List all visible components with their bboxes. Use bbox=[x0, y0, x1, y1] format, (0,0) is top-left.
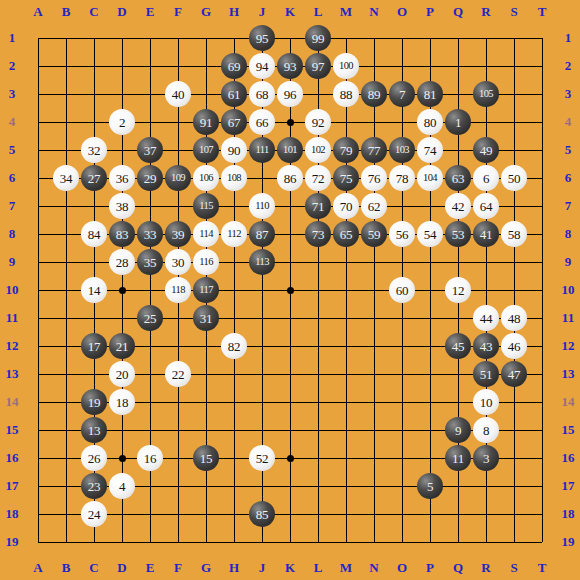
point-L11[interactable] bbox=[304, 304, 332, 332]
point-J18[interactable]: 85 bbox=[248, 500, 276, 528]
point-T6[interactable] bbox=[528, 164, 556, 192]
point-P1[interactable] bbox=[416, 24, 444, 52]
point-N10[interactable] bbox=[360, 276, 388, 304]
point-L10[interactable] bbox=[304, 276, 332, 304]
point-D10[interactable] bbox=[108, 276, 136, 304]
point-F9[interactable]: 30 bbox=[164, 248, 192, 276]
point-D12[interactable]: 21 bbox=[108, 332, 136, 360]
point-T14[interactable] bbox=[528, 388, 556, 416]
point-O5[interactable]: 103 bbox=[388, 136, 416, 164]
point-J13[interactable] bbox=[248, 360, 276, 388]
point-K12[interactable] bbox=[276, 332, 304, 360]
point-K7[interactable] bbox=[276, 192, 304, 220]
point-S1[interactable] bbox=[500, 24, 528, 52]
point-H13[interactable] bbox=[220, 360, 248, 388]
point-D11[interactable] bbox=[108, 304, 136, 332]
point-Q14[interactable] bbox=[444, 388, 472, 416]
point-C4[interactable] bbox=[80, 108, 108, 136]
point-C1[interactable] bbox=[80, 24, 108, 52]
point-B18[interactable] bbox=[52, 500, 80, 528]
point-M11[interactable] bbox=[332, 304, 360, 332]
point-M2[interactable]: 100 bbox=[332, 52, 360, 80]
point-O19[interactable] bbox=[388, 528, 416, 556]
point-P3[interactable]: 81 bbox=[416, 80, 444, 108]
point-M3[interactable]: 88 bbox=[332, 80, 360, 108]
point-H17[interactable] bbox=[220, 472, 248, 500]
point-D8[interactable]: 83 bbox=[108, 220, 136, 248]
point-A10[interactable] bbox=[24, 276, 52, 304]
point-A4[interactable] bbox=[24, 108, 52, 136]
point-C19[interactable] bbox=[80, 528, 108, 556]
point-N14[interactable] bbox=[360, 388, 388, 416]
point-O2[interactable] bbox=[388, 52, 416, 80]
point-H3[interactable]: 61 bbox=[220, 80, 248, 108]
point-B7[interactable] bbox=[52, 192, 80, 220]
point-S2[interactable] bbox=[500, 52, 528, 80]
point-P19[interactable] bbox=[416, 528, 444, 556]
point-C5[interactable]: 32 bbox=[80, 136, 108, 164]
point-T18[interactable] bbox=[528, 500, 556, 528]
point-L19[interactable] bbox=[304, 528, 332, 556]
point-B8[interactable] bbox=[52, 220, 80, 248]
point-T15[interactable] bbox=[528, 416, 556, 444]
go-board[interactable]: 9599699493971004061689688897811052916766… bbox=[24, 24, 556, 556]
point-D7[interactable]: 38 bbox=[108, 192, 136, 220]
point-A1[interactable] bbox=[24, 24, 52, 52]
point-P10[interactable] bbox=[416, 276, 444, 304]
point-Q8[interactable]: 53 bbox=[444, 220, 472, 248]
point-P7[interactable] bbox=[416, 192, 444, 220]
point-M12[interactable] bbox=[332, 332, 360, 360]
point-A6[interactable] bbox=[24, 164, 52, 192]
point-G4[interactable]: 91 bbox=[192, 108, 220, 136]
point-F10[interactable]: 118 bbox=[164, 276, 192, 304]
point-G3[interactable] bbox=[192, 80, 220, 108]
point-A9[interactable] bbox=[24, 248, 52, 276]
point-A18[interactable] bbox=[24, 500, 52, 528]
point-S12[interactable]: 46 bbox=[500, 332, 528, 360]
point-R7[interactable]: 64 bbox=[472, 192, 500, 220]
point-K19[interactable] bbox=[276, 528, 304, 556]
point-Q1[interactable] bbox=[444, 24, 472, 52]
point-J16[interactable]: 52 bbox=[248, 444, 276, 472]
point-Q15[interactable]: 9 bbox=[444, 416, 472, 444]
point-L1[interactable]: 99 bbox=[304, 24, 332, 52]
point-O3[interactable]: 7 bbox=[388, 80, 416, 108]
point-G8[interactable]: 114 bbox=[192, 220, 220, 248]
point-D5[interactable] bbox=[108, 136, 136, 164]
point-B10[interactable] bbox=[52, 276, 80, 304]
point-J9[interactable]: 113 bbox=[248, 248, 276, 276]
point-E4[interactable] bbox=[136, 108, 164, 136]
point-Q2[interactable] bbox=[444, 52, 472, 80]
point-A15[interactable] bbox=[24, 416, 52, 444]
point-B13[interactable] bbox=[52, 360, 80, 388]
point-T2[interactable] bbox=[528, 52, 556, 80]
point-Q12[interactable]: 45 bbox=[444, 332, 472, 360]
point-Q9[interactable] bbox=[444, 248, 472, 276]
point-O10[interactable]: 60 bbox=[388, 276, 416, 304]
point-Q17[interactable] bbox=[444, 472, 472, 500]
point-K10[interactable] bbox=[276, 276, 304, 304]
point-T7[interactable] bbox=[528, 192, 556, 220]
point-R8[interactable]: 41 bbox=[472, 220, 500, 248]
point-F6[interactable]: 109 bbox=[164, 164, 192, 192]
point-H18[interactable] bbox=[220, 500, 248, 528]
point-R1[interactable] bbox=[472, 24, 500, 52]
point-R9[interactable] bbox=[472, 248, 500, 276]
point-A13[interactable] bbox=[24, 360, 52, 388]
point-G15[interactable] bbox=[192, 416, 220, 444]
point-K3[interactable]: 96 bbox=[276, 80, 304, 108]
point-J3[interactable]: 68 bbox=[248, 80, 276, 108]
point-S13[interactable]: 47 bbox=[500, 360, 528, 388]
point-L17[interactable] bbox=[304, 472, 332, 500]
point-M5[interactable]: 79 bbox=[332, 136, 360, 164]
point-M19[interactable] bbox=[332, 528, 360, 556]
point-C6[interactable]: 27 bbox=[80, 164, 108, 192]
point-P17[interactable]: 5 bbox=[416, 472, 444, 500]
point-R16[interactable]: 3 bbox=[472, 444, 500, 472]
point-O1[interactable] bbox=[388, 24, 416, 52]
point-T17[interactable] bbox=[528, 472, 556, 500]
point-R13[interactable]: 51 bbox=[472, 360, 500, 388]
point-R17[interactable] bbox=[472, 472, 500, 500]
point-A14[interactable] bbox=[24, 388, 52, 416]
point-B17[interactable] bbox=[52, 472, 80, 500]
point-R11[interactable]: 44 bbox=[472, 304, 500, 332]
point-M8[interactable]: 65 bbox=[332, 220, 360, 248]
point-E16[interactable]: 16 bbox=[136, 444, 164, 472]
point-S5[interactable] bbox=[500, 136, 528, 164]
point-B2[interactable] bbox=[52, 52, 80, 80]
point-E17[interactable] bbox=[136, 472, 164, 500]
point-M10[interactable] bbox=[332, 276, 360, 304]
point-A11[interactable] bbox=[24, 304, 52, 332]
point-N16[interactable] bbox=[360, 444, 388, 472]
point-G2[interactable] bbox=[192, 52, 220, 80]
point-D17[interactable]: 4 bbox=[108, 472, 136, 500]
point-P2[interactable] bbox=[416, 52, 444, 80]
point-B9[interactable] bbox=[52, 248, 80, 276]
point-E12[interactable] bbox=[136, 332, 164, 360]
point-E8[interactable]: 33 bbox=[136, 220, 164, 248]
point-D14[interactable]: 18 bbox=[108, 388, 136, 416]
point-S8[interactable]: 58 bbox=[500, 220, 528, 248]
point-D6[interactable]: 36 bbox=[108, 164, 136, 192]
point-B5[interactable] bbox=[52, 136, 80, 164]
point-S16[interactable] bbox=[500, 444, 528, 472]
point-A7[interactable] bbox=[24, 192, 52, 220]
point-D19[interactable] bbox=[108, 528, 136, 556]
point-A2[interactable] bbox=[24, 52, 52, 80]
point-S11[interactable]: 48 bbox=[500, 304, 528, 332]
point-C17[interactable]: 23 bbox=[80, 472, 108, 500]
point-D3[interactable] bbox=[108, 80, 136, 108]
point-O18[interactable] bbox=[388, 500, 416, 528]
point-B12[interactable] bbox=[52, 332, 80, 360]
point-D1[interactable] bbox=[108, 24, 136, 52]
point-E15[interactable] bbox=[136, 416, 164, 444]
point-P4[interactable]: 80 bbox=[416, 108, 444, 136]
point-R15[interactable]: 8 bbox=[472, 416, 500, 444]
point-S18[interactable] bbox=[500, 500, 528, 528]
point-S3[interactable] bbox=[500, 80, 528, 108]
point-G1[interactable] bbox=[192, 24, 220, 52]
point-S4[interactable] bbox=[500, 108, 528, 136]
point-K14[interactable] bbox=[276, 388, 304, 416]
point-A16[interactable] bbox=[24, 444, 52, 472]
point-O15[interactable] bbox=[388, 416, 416, 444]
point-O16[interactable] bbox=[388, 444, 416, 472]
point-O9[interactable] bbox=[388, 248, 416, 276]
point-O14[interactable] bbox=[388, 388, 416, 416]
point-C12[interactable]: 17 bbox=[80, 332, 108, 360]
point-R6[interactable]: 6 bbox=[472, 164, 500, 192]
point-R18[interactable] bbox=[472, 500, 500, 528]
point-J11[interactable] bbox=[248, 304, 276, 332]
point-N13[interactable] bbox=[360, 360, 388, 388]
point-A17[interactable] bbox=[24, 472, 52, 500]
point-M15[interactable] bbox=[332, 416, 360, 444]
point-B3[interactable] bbox=[52, 80, 80, 108]
point-L14[interactable] bbox=[304, 388, 332, 416]
point-K17[interactable] bbox=[276, 472, 304, 500]
point-G18[interactable] bbox=[192, 500, 220, 528]
point-N6[interactable]: 76 bbox=[360, 164, 388, 192]
point-P5[interactable]: 74 bbox=[416, 136, 444, 164]
point-G17[interactable] bbox=[192, 472, 220, 500]
point-A5[interactable] bbox=[24, 136, 52, 164]
point-P12[interactable] bbox=[416, 332, 444, 360]
point-H4[interactable]: 67 bbox=[220, 108, 248, 136]
point-Q3[interactable] bbox=[444, 80, 472, 108]
point-C9[interactable] bbox=[80, 248, 108, 276]
point-P18[interactable] bbox=[416, 500, 444, 528]
point-F3[interactable]: 40 bbox=[164, 80, 192, 108]
point-H5[interactable]: 90 bbox=[220, 136, 248, 164]
point-F5[interactable] bbox=[164, 136, 192, 164]
point-K15[interactable] bbox=[276, 416, 304, 444]
point-T3[interactable] bbox=[528, 80, 556, 108]
point-K18[interactable] bbox=[276, 500, 304, 528]
point-S15[interactable] bbox=[500, 416, 528, 444]
point-E18[interactable] bbox=[136, 500, 164, 528]
point-C11[interactable] bbox=[80, 304, 108, 332]
point-T19[interactable] bbox=[528, 528, 556, 556]
point-C10[interactable]: 14 bbox=[80, 276, 108, 304]
point-N18[interactable] bbox=[360, 500, 388, 528]
point-N11[interactable] bbox=[360, 304, 388, 332]
point-F13[interactable]: 22 bbox=[164, 360, 192, 388]
point-K11[interactable] bbox=[276, 304, 304, 332]
point-D18[interactable] bbox=[108, 500, 136, 528]
point-B14[interactable] bbox=[52, 388, 80, 416]
point-R12[interactable]: 43 bbox=[472, 332, 500, 360]
point-L9[interactable] bbox=[304, 248, 332, 276]
point-N19[interactable] bbox=[360, 528, 388, 556]
point-M14[interactable] bbox=[332, 388, 360, 416]
point-D4[interactable]: 2 bbox=[108, 108, 136, 136]
point-K13[interactable] bbox=[276, 360, 304, 388]
point-L3[interactable] bbox=[304, 80, 332, 108]
point-H12[interactable]: 82 bbox=[220, 332, 248, 360]
point-F16[interactable] bbox=[164, 444, 192, 472]
point-E5[interactable]: 37 bbox=[136, 136, 164, 164]
point-G11[interactable]: 31 bbox=[192, 304, 220, 332]
point-G10[interactable]: 117 bbox=[192, 276, 220, 304]
point-J17[interactable] bbox=[248, 472, 276, 500]
point-N2[interactable] bbox=[360, 52, 388, 80]
point-J19[interactable] bbox=[248, 528, 276, 556]
point-S17[interactable] bbox=[500, 472, 528, 500]
point-N7[interactable]: 62 bbox=[360, 192, 388, 220]
point-J1[interactable]: 95 bbox=[248, 24, 276, 52]
point-T16[interactable] bbox=[528, 444, 556, 472]
point-Q7[interactable]: 42 bbox=[444, 192, 472, 220]
point-P11[interactable] bbox=[416, 304, 444, 332]
point-J8[interactable]: 87 bbox=[248, 220, 276, 248]
point-G7[interactable]: 115 bbox=[192, 192, 220, 220]
point-L13[interactable] bbox=[304, 360, 332, 388]
point-C7[interactable] bbox=[80, 192, 108, 220]
point-C15[interactable]: 13 bbox=[80, 416, 108, 444]
point-R19[interactable] bbox=[472, 528, 500, 556]
point-H16[interactable] bbox=[220, 444, 248, 472]
point-J7[interactable]: 110 bbox=[248, 192, 276, 220]
point-N17[interactable] bbox=[360, 472, 388, 500]
point-C8[interactable]: 84 bbox=[80, 220, 108, 248]
point-A3[interactable] bbox=[24, 80, 52, 108]
point-Q4[interactable]: 1 bbox=[444, 108, 472, 136]
point-S9[interactable] bbox=[500, 248, 528, 276]
point-J15[interactable] bbox=[248, 416, 276, 444]
point-C14[interactable]: 19 bbox=[80, 388, 108, 416]
point-N4[interactable] bbox=[360, 108, 388, 136]
point-C16[interactable]: 26 bbox=[80, 444, 108, 472]
point-L7[interactable]: 71 bbox=[304, 192, 332, 220]
point-M7[interactable]: 70 bbox=[332, 192, 360, 220]
point-E3[interactable] bbox=[136, 80, 164, 108]
point-E9[interactable]: 35 bbox=[136, 248, 164, 276]
point-S6[interactable]: 50 bbox=[500, 164, 528, 192]
point-P16[interactable] bbox=[416, 444, 444, 472]
point-B4[interactable] bbox=[52, 108, 80, 136]
point-G13[interactable] bbox=[192, 360, 220, 388]
point-Q18[interactable] bbox=[444, 500, 472, 528]
point-C13[interactable] bbox=[80, 360, 108, 388]
point-B1[interactable] bbox=[52, 24, 80, 52]
point-N5[interactable]: 77 bbox=[360, 136, 388, 164]
point-K2[interactable]: 93 bbox=[276, 52, 304, 80]
point-E6[interactable]: 29 bbox=[136, 164, 164, 192]
point-F18[interactable] bbox=[164, 500, 192, 528]
point-D15[interactable] bbox=[108, 416, 136, 444]
point-O11[interactable] bbox=[388, 304, 416, 332]
point-O13[interactable] bbox=[388, 360, 416, 388]
point-H9[interactable] bbox=[220, 248, 248, 276]
point-O4[interactable] bbox=[388, 108, 416, 136]
point-J4[interactable]: 66 bbox=[248, 108, 276, 136]
point-N12[interactable] bbox=[360, 332, 388, 360]
point-T1[interactable] bbox=[528, 24, 556, 52]
point-S10[interactable] bbox=[500, 276, 528, 304]
point-R5[interactable]: 49 bbox=[472, 136, 500, 164]
point-O8[interactable]: 56 bbox=[388, 220, 416, 248]
point-E2[interactable] bbox=[136, 52, 164, 80]
point-N8[interactable]: 59 bbox=[360, 220, 388, 248]
point-N1[interactable] bbox=[360, 24, 388, 52]
point-M18[interactable] bbox=[332, 500, 360, 528]
point-E11[interactable]: 25 bbox=[136, 304, 164, 332]
point-L6[interactable]: 72 bbox=[304, 164, 332, 192]
point-M1[interactable] bbox=[332, 24, 360, 52]
point-H8[interactable]: 112 bbox=[220, 220, 248, 248]
point-P6[interactable]: 104 bbox=[416, 164, 444, 192]
point-G12[interactable] bbox=[192, 332, 220, 360]
point-K8[interactable] bbox=[276, 220, 304, 248]
point-R10[interactable] bbox=[472, 276, 500, 304]
point-H6[interactable]: 108 bbox=[220, 164, 248, 192]
point-H7[interactable] bbox=[220, 192, 248, 220]
point-Q11[interactable] bbox=[444, 304, 472, 332]
point-O12[interactable] bbox=[388, 332, 416, 360]
point-F17[interactable] bbox=[164, 472, 192, 500]
point-F15[interactable] bbox=[164, 416, 192, 444]
point-D2[interactable] bbox=[108, 52, 136, 80]
point-H15[interactable] bbox=[220, 416, 248, 444]
point-C3[interactable] bbox=[80, 80, 108, 108]
point-B16[interactable] bbox=[52, 444, 80, 472]
point-H19[interactable] bbox=[220, 528, 248, 556]
point-F1[interactable] bbox=[164, 24, 192, 52]
point-M13[interactable] bbox=[332, 360, 360, 388]
point-A19[interactable] bbox=[24, 528, 52, 556]
point-N15[interactable] bbox=[360, 416, 388, 444]
point-D13[interactable]: 20 bbox=[108, 360, 136, 388]
point-C18[interactable]: 24 bbox=[80, 500, 108, 528]
point-B15[interactable] bbox=[52, 416, 80, 444]
point-O6[interactable]: 78 bbox=[388, 164, 416, 192]
point-K1[interactable] bbox=[276, 24, 304, 52]
point-F7[interactable] bbox=[164, 192, 192, 220]
point-H14[interactable] bbox=[220, 388, 248, 416]
point-T4[interactable] bbox=[528, 108, 556, 136]
point-T12[interactable] bbox=[528, 332, 556, 360]
point-T13[interactable] bbox=[528, 360, 556, 388]
point-O7[interactable] bbox=[388, 192, 416, 220]
point-G19[interactable] bbox=[192, 528, 220, 556]
point-F12[interactable] bbox=[164, 332, 192, 360]
point-K4[interactable] bbox=[276, 108, 304, 136]
point-N9[interactable] bbox=[360, 248, 388, 276]
point-T5[interactable] bbox=[528, 136, 556, 164]
point-L18[interactable] bbox=[304, 500, 332, 528]
point-G16[interactable]: 15 bbox=[192, 444, 220, 472]
point-G5[interactable]: 107 bbox=[192, 136, 220, 164]
point-B6[interactable]: 34 bbox=[52, 164, 80, 192]
point-Q19[interactable] bbox=[444, 528, 472, 556]
point-F8[interactable]: 39 bbox=[164, 220, 192, 248]
point-F14[interactable] bbox=[164, 388, 192, 416]
point-F11[interactable] bbox=[164, 304, 192, 332]
point-J12[interactable] bbox=[248, 332, 276, 360]
point-L16[interactable] bbox=[304, 444, 332, 472]
point-K6[interactable]: 86 bbox=[276, 164, 304, 192]
point-G14[interactable] bbox=[192, 388, 220, 416]
point-P15[interactable] bbox=[416, 416, 444, 444]
point-M16[interactable] bbox=[332, 444, 360, 472]
